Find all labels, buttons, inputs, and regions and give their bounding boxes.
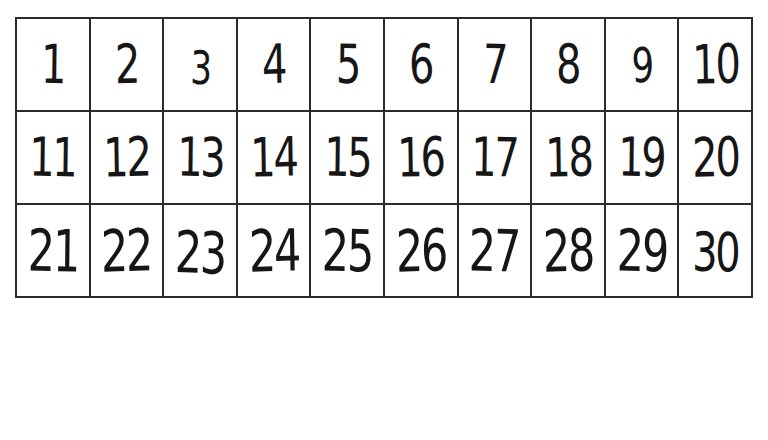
cell-9: 9 xyxy=(606,19,680,112)
cell-4: 4 xyxy=(238,19,312,112)
cell-12: 12 xyxy=(91,112,165,205)
number-label: 7 xyxy=(482,37,506,92)
cell-10: 10 xyxy=(679,19,753,112)
cell-29: 29 xyxy=(606,205,680,298)
number-label: 20 xyxy=(692,130,739,185)
number-label: 4 xyxy=(262,37,286,92)
number-label: 1 xyxy=(41,37,65,92)
number-label: 3 xyxy=(190,44,211,91)
number-label: 12 xyxy=(103,130,150,185)
cell-1: 1 xyxy=(17,19,91,112)
number-label: 13 xyxy=(176,130,223,185)
cell-13: 13 xyxy=(164,112,238,205)
number-label: 19 xyxy=(618,130,665,185)
cell-21: 21 xyxy=(17,205,91,298)
cell-30: 30 xyxy=(679,205,753,298)
cell-23: 23 xyxy=(164,205,238,298)
cell-15: 15 xyxy=(311,112,385,205)
number-label: 17 xyxy=(471,130,518,185)
cell-6: 6 xyxy=(385,19,459,112)
number-label: 21 xyxy=(27,221,78,280)
number-label: 5 xyxy=(335,37,359,92)
number-label: 9 xyxy=(631,40,653,89)
number-label: 24 xyxy=(248,221,299,280)
cell-18: 18 xyxy=(532,112,606,205)
number-label: 25 xyxy=(322,221,373,280)
cell-5: 5 xyxy=(311,19,385,112)
number-label: 11 xyxy=(29,130,76,185)
cell-28: 28 xyxy=(532,205,606,298)
number-label: 10 xyxy=(692,37,739,92)
cell-2: 2 xyxy=(91,19,165,112)
number-label: 8 xyxy=(556,37,580,92)
number-label: 29 xyxy=(616,221,667,280)
number-label: 26 xyxy=(395,221,446,280)
number-label: 6 xyxy=(409,37,433,92)
cell-3: 3 xyxy=(164,19,238,112)
cell-16: 16 xyxy=(385,112,459,205)
cell-19: 19 xyxy=(606,112,680,205)
number-label: 23 xyxy=(174,223,225,283)
cell-25: 25 xyxy=(311,205,385,298)
number-label: 27 xyxy=(469,221,520,280)
cell-20: 20 xyxy=(679,112,753,205)
number-chart-board: 1 2 3 4 5 6 7 8 9 10 11 12 13 14 15 16 1… xyxy=(15,17,753,298)
cell-17: 17 xyxy=(459,112,533,205)
cell-11: 11 xyxy=(17,112,91,205)
cell-26: 26 xyxy=(385,205,459,298)
cell-27: 27 xyxy=(459,205,533,298)
number-label: 16 xyxy=(397,130,444,185)
cell-24: 24 xyxy=(238,205,312,298)
cell-14: 14 xyxy=(238,112,312,205)
number-label: 14 xyxy=(250,130,297,185)
number-label: 2 xyxy=(114,37,138,92)
number-label: 18 xyxy=(544,130,591,185)
cell-7: 7 xyxy=(459,19,533,112)
cell-8: 8 xyxy=(532,19,606,112)
number-label: 30 xyxy=(692,225,739,280)
number-label: 22 xyxy=(101,221,152,280)
number-label: 28 xyxy=(542,221,593,280)
number-label: 15 xyxy=(324,130,371,185)
cell-22: 22 xyxy=(91,205,165,298)
